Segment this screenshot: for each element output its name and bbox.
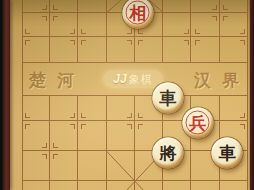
board-cell[interactable] bbox=[22, 121, 50, 152]
watermark-label: 象棋 bbox=[129, 72, 153, 87]
board-cell[interactable] bbox=[107, 37, 135, 63]
river-label-han: 汉界 bbox=[194, 69, 250, 89]
board-cell[interactable] bbox=[191, 13, 219, 38]
right-side-bar bbox=[250, 0, 254, 190]
board-cell[interactable] bbox=[135, 181, 163, 190]
piece-black-chariot[interactable]: 車 bbox=[152, 82, 183, 113]
board-cell[interactable] bbox=[50, 96, 78, 121]
board-cell[interactable] bbox=[78, 121, 106, 152]
board-cell[interactable] bbox=[22, 151, 50, 181]
piece-black-chariot[interactable]: 車 bbox=[212, 138, 243, 169]
board-cell[interactable] bbox=[50, 181, 78, 190]
piece-black-general[interactable]: 將 bbox=[152, 138, 183, 169]
board-cell[interactable] bbox=[220, 0, 248, 13]
board-cell[interactable] bbox=[220, 37, 248, 63]
board-cell[interactable] bbox=[220, 181, 248, 190]
board-cell[interactable] bbox=[163, 0, 191, 13]
board-cell[interactable] bbox=[22, 181, 50, 190]
board-cell[interactable] bbox=[135, 37, 163, 63]
board-cell[interactable] bbox=[191, 37, 219, 63]
board-cell[interactable] bbox=[191, 0, 219, 13]
piece-glyph: 兵 bbox=[182, 107, 213, 138]
board-cell[interactable] bbox=[50, 37, 78, 63]
xiangqi-board-screen: 楚河 汉界 JJ 象棋 相車兵將車 bbox=[0, 0, 254, 190]
board-cell[interactable] bbox=[22, 96, 50, 121]
board-cell[interactable] bbox=[78, 37, 106, 63]
piece-red-soldier[interactable]: 兵 bbox=[182, 107, 213, 138]
board-cell[interactable] bbox=[191, 181, 219, 190]
board-cell[interactable] bbox=[220, 96, 248, 121]
board-cell[interactable] bbox=[78, 13, 106, 38]
board-cell[interactable] bbox=[78, 0, 106, 13]
board-cell[interactable] bbox=[50, 121, 78, 152]
board-cell[interactable] bbox=[78, 151, 106, 181]
piece-red-elephant[interactable]: 相 bbox=[122, 0, 153, 28]
board-cell[interactable] bbox=[22, 13, 50, 38]
jj-logo: JJ bbox=[113, 72, 126, 86]
board-cell[interactable] bbox=[22, 37, 50, 63]
river-label-chu: 楚河 bbox=[29, 69, 85, 89]
board-cell[interactable] bbox=[50, 0, 78, 13]
board-cell[interactable] bbox=[78, 96, 106, 121]
board-cell[interactable] bbox=[163, 13, 191, 38]
piece-glyph: 相 bbox=[122, 0, 153, 28]
board-cell[interactable] bbox=[50, 151, 78, 181]
board-cell[interactable] bbox=[107, 121, 135, 152]
board-cell[interactable] bbox=[107, 96, 135, 121]
left-side-bar bbox=[0, 0, 10, 190]
piece-glyph: 車 bbox=[212, 138, 243, 169]
board-cell[interactable] bbox=[220, 13, 248, 38]
board-cell[interactable] bbox=[22, 0, 50, 13]
board-cell[interactable] bbox=[107, 181, 135, 190]
board-cell[interactable] bbox=[107, 151, 135, 181]
board-cell[interactable] bbox=[50, 13, 78, 38]
board-cell[interactable] bbox=[78, 181, 106, 190]
board-cell[interactable] bbox=[163, 37, 191, 63]
piece-glyph: 將 bbox=[152, 138, 183, 169]
piece-glyph: 車 bbox=[152, 82, 183, 113]
board-cell[interactable] bbox=[163, 181, 191, 190]
